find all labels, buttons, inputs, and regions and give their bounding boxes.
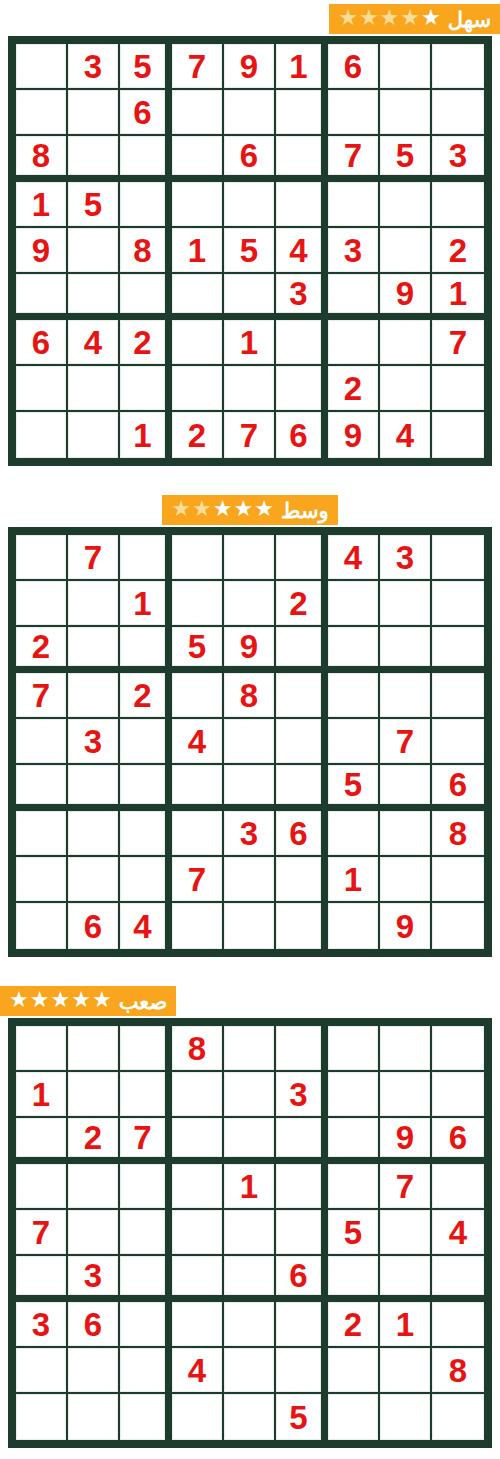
sudoku-cell-r9c4[interactable]: [172, 903, 224, 949]
puzzle-easy: ★★★★★ سهل 357916686753159815432391642172…: [0, 4, 500, 466]
star-icon: ★: [254, 498, 274, 520]
sudoku-cell-r7c1[interactable]: [16, 811, 68, 857]
sudoku-cell-r9c3[interactable]: 1: [120, 412, 172, 458]
sudoku-cell-r2c5[interactable]: [224, 90, 276, 136]
difficulty-stars-easy: ★★★★★: [338, 9, 441, 29]
sudoku-cell-r9c1[interactable]: [16, 1394, 68, 1440]
sudoku-cell-r4c5[interactable]: [224, 182, 276, 228]
sudoku-cell-r3c4[interactable]: 5: [172, 627, 224, 673]
sudoku-cell-r6c4[interactable]: [172, 274, 224, 320]
star-icon: ★: [338, 7, 358, 29]
sudoku-cell-r2c8[interactable]: [380, 90, 432, 136]
sudoku-cell-r3c2[interactable]: [68, 136, 120, 182]
difficulty-label-hard: صعب: [119, 991, 168, 1012]
sudoku-cell-r6c3[interactable]: [120, 765, 172, 811]
sudoku-cell-r1c7[interactable]: [328, 1026, 380, 1072]
sudoku-cell-r6c2[interactable]: [68, 274, 120, 320]
sudoku-cell-r1c4[interactable]: 7: [172, 44, 224, 90]
sudoku-cell-r7c1[interactable]: 6: [16, 320, 68, 366]
sudoku-cell-r3c1[interactable]: 8: [16, 136, 68, 182]
sudoku-cell-r8c2[interactable]: [68, 1348, 120, 1394]
sudoku-cell-r6c6[interactable]: [276, 765, 328, 811]
sudoku-cell-r2c3[interactable]: 6: [120, 90, 172, 136]
sudoku-cell-r7c7[interactable]: 2: [328, 1302, 380, 1348]
sudoku-cell-r3c8[interactable]: [380, 627, 432, 673]
sudoku-cell-r4c3[interactable]: [120, 1164, 172, 1210]
star-icon: ★: [50, 989, 70, 1011]
sudoku-cell-r6c4[interactable]: [172, 765, 224, 811]
sudoku-cell-r1c6[interactable]: 1: [276, 44, 328, 90]
difficulty-label-easy: سهل: [448, 9, 491, 30]
sudoku-cell-r8c1[interactable]: [16, 857, 68, 903]
sudoku-cell-r1c3[interactable]: 5: [120, 44, 172, 90]
sudoku-cell-r9c5[interactable]: [224, 903, 276, 949]
sudoku-cell-r6c3[interactable]: [120, 274, 172, 320]
sudoku-cell-r4c7[interactable]: [328, 673, 380, 719]
sudoku-cell-r7c3[interactable]: 2: [120, 320, 172, 366]
sudoku-cell-r6c9[interactable]: 1: [432, 274, 484, 320]
sudoku-cell-r1c3[interactable]: [120, 535, 172, 581]
sudoku-cell-r7c5[interactable]: 3: [224, 811, 276, 857]
sudoku-cell-r2c5[interactable]: [224, 581, 276, 627]
sudoku-cell-r5c5[interactable]: 5: [224, 228, 276, 274]
sudoku-cell-r9c3[interactable]: [120, 1394, 172, 1440]
sudoku-cell-r3c6[interactable]: [276, 1118, 328, 1164]
difficulty-label-medium: وسط: [281, 500, 329, 521]
sudoku-cell-r5c3[interactable]: [120, 1210, 172, 1256]
star-icon: ★: [400, 7, 420, 29]
sudoku-cell-r8c6[interactable]: [276, 1348, 328, 1394]
sudoku-cell-r4c4[interactable]: [172, 182, 224, 228]
difficulty-stars-hard: ★★★★★: [9, 991, 112, 1011]
sudoku-cell-r4c3[interactable]: 2: [120, 673, 172, 719]
sudoku-cell-r7c6[interactable]: 6: [276, 811, 328, 857]
sudoku-cell-r1c8[interactable]: [380, 1026, 432, 1072]
sudoku-cell-r6c1[interactable]: [16, 765, 68, 811]
sudoku-cell-r7c2[interactable]: 6: [68, 1302, 120, 1348]
sudoku-cell-r2c9[interactable]: [432, 90, 484, 136]
sudoku-cell-r2c7[interactable]: [328, 581, 380, 627]
sudoku-cell-r1c5[interactable]: [224, 1026, 276, 1072]
sudoku-cell-r1c1[interactable]: [16, 1026, 68, 1072]
sudoku-cell-r7c4[interactable]: [172, 320, 224, 366]
sudoku-cell-r3c5[interactable]: [224, 1118, 276, 1164]
sudoku-cell-r8c7[interactable]: [328, 1348, 380, 1394]
sudoku-cell-r9c9[interactable]: [432, 412, 484, 458]
sudoku-cell-r4c2[interactable]: [68, 1164, 120, 1210]
sudoku-board-hard: 813279617754363621485: [8, 1018, 492, 1448]
sudoku-cell-r3c8[interactable]: 9: [380, 1118, 432, 1164]
sudoku-cell-r6c2[interactable]: [68, 765, 120, 811]
sudoku-cell-r2c6[interactable]: [276, 90, 328, 136]
sudoku-cell-r2c6[interactable]: 2: [276, 581, 328, 627]
sudoku-cell-r4c3[interactable]: [120, 182, 172, 228]
sudoku-cell-r9c5[interactable]: 7: [224, 412, 276, 458]
sudoku-cell-r8c8[interactable]: [380, 857, 432, 903]
sudoku-cell-r3c2[interactable]: 2: [68, 1118, 120, 1164]
sudoku-cell-r2c9[interactable]: [432, 581, 484, 627]
sudoku-cell-r5c3[interactable]: [120, 719, 172, 765]
sudoku-cell-r4c7[interactable]: [328, 1164, 380, 1210]
puzzle-hard: ★★★★★ صعب 813279617754363621485: [0, 986, 500, 1448]
sudoku-cell-r1c1[interactable]: [16, 44, 68, 90]
sudoku-cell-r1c2[interactable]: 7: [68, 535, 120, 581]
sudoku-cell-r7c5[interactable]: [224, 1302, 276, 1348]
sudoku-cell-r5c4[interactable]: 1: [172, 228, 224, 274]
sudoku-cell-r2c4[interactable]: [172, 1072, 224, 1118]
sudoku-cell-r9c1[interactable]: [16, 903, 68, 949]
sudoku-cell-r4c7[interactable]: [328, 182, 380, 228]
sudoku-cell-r4c8[interactable]: [380, 182, 432, 228]
banner-row-hard: ★★★★★ صعب: [0, 986, 500, 1018]
sudoku-cell-r6c6[interactable]: 3: [276, 274, 328, 320]
sudoku-cell-r2c1[interactable]: [16, 90, 68, 136]
sudoku-cell-r2c1[interactable]: [16, 581, 68, 627]
sudoku-cell-r9c6[interactable]: [276, 903, 328, 949]
sudoku-cell-r5c8[interactable]: [380, 1210, 432, 1256]
sudoku-cell-r7c9[interactable]: [432, 1302, 484, 1348]
sudoku-cell-r4c6[interactable]: [276, 1164, 328, 1210]
star-icon: ★: [359, 7, 379, 29]
sudoku-cell-r8c3[interactable]: [120, 366, 172, 412]
sudoku-cell-r1c6[interactable]: [276, 535, 328, 581]
sudoku-cell-r8c5[interactable]: [224, 857, 276, 903]
sudoku-cell-r6c9[interactable]: [432, 1256, 484, 1302]
sudoku-cell-r4c8[interactable]: 7: [380, 1164, 432, 1210]
sudoku-cell-r8c9[interactable]: [432, 857, 484, 903]
sudoku-cell-r1c2[interactable]: 3: [68, 44, 120, 90]
sudoku-cell-r3c3[interactable]: 7: [120, 1118, 172, 1164]
sudoku-cell-r2c9[interactable]: [432, 1072, 484, 1118]
sudoku-cell-r2c8[interactable]: [380, 1072, 432, 1118]
sudoku-cell-r5c3[interactable]: 8: [120, 228, 172, 274]
sudoku-cell-r4c4[interactable]: [172, 673, 224, 719]
sudoku-cell-r7c8[interactable]: [380, 811, 432, 857]
sudoku-cell-r5c4[interactable]: [172, 1210, 224, 1256]
sudoku-cell-r5c1[interactable]: 9: [16, 228, 68, 274]
sudoku-cell-r2c3[interactable]: 1: [120, 581, 172, 627]
sudoku-cell-r8c6[interactable]: [276, 857, 328, 903]
sudoku-cell-r3c4[interactable]: [172, 136, 224, 182]
sudoku-cell-r3c2[interactable]: [68, 627, 120, 673]
sudoku-cell-r1c9[interactable]: [432, 535, 484, 581]
sudoku-cell-r9c4[interactable]: 2: [172, 412, 224, 458]
sudoku-cell-r4c9[interactable]: [432, 182, 484, 228]
sudoku-cell-r9c6[interactable]: 5: [276, 1394, 328, 1440]
sudoku-cell-r4c5[interactable]: 8: [224, 673, 276, 719]
sudoku-cell-r9c2[interactable]: [68, 1394, 120, 1440]
star-icon: ★: [234, 498, 254, 520]
sudoku-cell-r7c2[interactable]: 4: [68, 320, 120, 366]
sudoku-cell-r9c9[interactable]: [432, 903, 484, 949]
sudoku-cell-r7c9[interactable]: 7: [432, 320, 484, 366]
banner-row-easy: ★★★★★ سهل: [0, 4, 500, 36]
difficulty-banner-medium: ★★★★★ وسط: [162, 495, 337, 525]
sudoku-cell-r6c6[interactable]: 6: [276, 1256, 328, 1302]
sudoku-cell-r3c6[interactable]: [276, 136, 328, 182]
sudoku-cell-r8c4[interactable]: [172, 366, 224, 412]
sudoku-cell-r7c3[interactable]: [120, 811, 172, 857]
sudoku-cell-r9c5[interactable]: [224, 1394, 276, 1440]
sudoku-cell-r8c7[interactable]: 2: [328, 366, 380, 412]
sudoku-cell-r6c4[interactable]: [172, 1256, 224, 1302]
star-icon: ★: [71, 989, 91, 1011]
sudoku-cell-r4c6[interactable]: [276, 182, 328, 228]
sudoku-cell-r6c1[interactable]: [16, 1256, 68, 1302]
sudoku-cell-r5c1[interactable]: 7: [16, 1210, 68, 1256]
difficulty-banner-hard: ★★★★★ صعب: [0, 986, 176, 1016]
sudoku-cell-r3c9[interactable]: 3: [432, 136, 484, 182]
sudoku-cell-r7c3[interactable]: [120, 1302, 172, 1348]
sudoku-cell-r7c4[interactable]: [172, 1302, 224, 1348]
sudoku-cell-r2c8[interactable]: [380, 581, 432, 627]
sudoku-cell-r2c4[interactable]: [172, 581, 224, 627]
sudoku-cell-r3c8[interactable]: 5: [380, 136, 432, 182]
sudoku-cell-r6c7[interactable]: 5: [328, 765, 380, 811]
sudoku-cell-r4c5[interactable]: 1: [224, 1164, 276, 1210]
sudoku-cell-r8c6[interactable]: [276, 366, 328, 412]
sudoku-cell-r5c7[interactable]: [328, 719, 380, 765]
sudoku-cell-r2c4[interactable]: [172, 90, 224, 136]
sudoku-cell-r3c3[interactable]: [120, 627, 172, 673]
sudoku-cell-r1c5[interactable]: [224, 535, 276, 581]
sudoku-cell-r6c8[interactable]: [380, 765, 432, 811]
sudoku-cell-r5c7[interactable]: 5: [328, 1210, 380, 1256]
sudoku-cell-r7c1[interactable]: 3: [16, 1302, 68, 1348]
sudoku-cell-r3c5[interactable]: 9: [224, 627, 276, 673]
sudoku-cell-r7c7[interactable]: [328, 811, 380, 857]
sudoku-cell-r5c9[interactable]: 2: [432, 228, 484, 274]
sudoku-cell-r5c1[interactable]: [16, 719, 68, 765]
sudoku-cell-r5c6[interactable]: 4: [276, 228, 328, 274]
sudoku-cell-r9c8[interactable]: [380, 1394, 432, 1440]
sudoku-cell-r9c4[interactable]: [172, 1394, 224, 1440]
sudoku-cell-r3c4[interactable]: [172, 1118, 224, 1164]
sudoku-cell-r6c8[interactable]: [380, 1256, 432, 1302]
sudoku-cell-r4c2[interactable]: [68, 673, 120, 719]
puzzle-medium: ★★★★★ وسط 743122597283475636871649: [0, 495, 500, 957]
sudoku-cell-r3c3[interactable]: [120, 136, 172, 182]
sudoku-cell-r1c7[interactable]: 6: [328, 44, 380, 90]
sudoku-cell-r2c2[interactable]: [68, 90, 120, 136]
sudoku-cell-r8c1[interactable]: [16, 1348, 68, 1394]
sudoku-cell-r7c8[interactable]: [380, 320, 432, 366]
sudoku-cell-r7c7[interactable]: [328, 320, 380, 366]
sudoku-cell-r4c4[interactable]: [172, 1164, 224, 1210]
sudoku-cell-r3c1[interactable]: 2: [16, 627, 68, 673]
sudoku-cell-r4c9[interactable]: [432, 1164, 484, 1210]
sudoku-cell-r2c5[interactable]: [224, 1072, 276, 1118]
sudoku-cell-r3c6[interactable]: [276, 627, 328, 673]
sudoku-cell-r9c7[interactable]: [328, 903, 380, 949]
sudoku-cell-r9c9[interactable]: [432, 1394, 484, 1440]
sudoku-cell-r4c6[interactable]: [276, 673, 328, 719]
sudoku-cell-r1c6[interactable]: [276, 1026, 328, 1072]
sudoku-cell-r9c2[interactable]: 6: [68, 903, 120, 949]
sudoku-cell-r8c8[interactable]: [380, 366, 432, 412]
sudoku-cell-r4c2[interactable]: 5: [68, 182, 120, 228]
sudoku-cell-r9c8[interactable]: 9: [380, 903, 432, 949]
sudoku-cell-r3c9[interactable]: 6: [432, 1118, 484, 1164]
sudoku-cell-r9c3[interactable]: 4: [120, 903, 172, 949]
sudoku-cell-r1c9[interactable]: [432, 44, 484, 90]
sudoku-cell-r5c2[interactable]: [68, 228, 120, 274]
sudoku-cell-r4c1[interactable]: [16, 1164, 68, 1210]
sudoku-cell-r7c6[interactable]: [276, 320, 328, 366]
sudoku-cell-r1c1[interactable]: [16, 535, 68, 581]
sudoku-cell-r1c8[interactable]: [380, 44, 432, 90]
sudoku-cell-r3c1[interactable]: [16, 1118, 68, 1164]
sudoku-cell-r1c3[interactable]: [120, 1026, 172, 1072]
sudoku-cell-r8c3[interactable]: [120, 857, 172, 903]
sudoku-cell-r9c2[interactable]: [68, 412, 120, 458]
sudoku-cell-r2c7[interactable]: [328, 1072, 380, 1118]
sudoku-cell-r5c5[interactable]: [224, 1210, 276, 1256]
sudoku-cell-r8c4[interactable]: 4: [172, 1348, 224, 1394]
sudoku-cell-r7c4[interactable]: [172, 811, 224, 857]
sudoku-cell-r2c6[interactable]: 3: [276, 1072, 328, 1118]
sudoku-cell-r3c7[interactable]: [328, 627, 380, 673]
sudoku-cell-r7c2[interactable]: [68, 811, 120, 857]
sudoku-cell-r7c8[interactable]: 1: [380, 1302, 432, 1348]
sudoku-cell-r6c5[interactable]: [224, 765, 276, 811]
sudoku-cell-r8c5[interactable]: [224, 1348, 276, 1394]
sudoku-cell-r3c7[interactable]: [328, 1118, 380, 1164]
sudoku-cell-r1c5[interactable]: 9: [224, 44, 276, 90]
sudoku-cell-r6c5[interactable]: [224, 1256, 276, 1302]
sudoku-cell-r3c5[interactable]: 6: [224, 136, 276, 182]
difficulty-banner-easy: ★★★★★ سهل: [329, 4, 500, 34]
sudoku-cell-r9c6[interactable]: 6: [276, 412, 328, 458]
sudoku-cell-r9c7[interactable]: [328, 1394, 380, 1440]
star-icon: ★: [192, 498, 212, 520]
sudoku-cell-r8c3[interactable]: [120, 1348, 172, 1394]
sudoku-cell-r2c1[interactable]: 1: [16, 1072, 68, 1118]
sudoku-cell-r4c8[interactable]: [380, 673, 432, 719]
sudoku-cell-r5c7[interactable]: 3: [328, 228, 380, 274]
sudoku-cell-r1c7[interactable]: 4: [328, 535, 380, 581]
sudoku-cell-r2c3[interactable]: [120, 1072, 172, 1118]
star-icon: ★: [213, 498, 233, 520]
sudoku-cell-r5c5[interactable]: [224, 719, 276, 765]
banner-row-medium: ★★★★★ وسط: [0, 495, 500, 527]
sudoku-cell-r6c5[interactable]: [224, 274, 276, 320]
sudoku-cell-r1c9[interactable]: [432, 1026, 484, 1072]
sudoku-cell-r8c9[interactable]: 8: [432, 1348, 484, 1394]
sudoku-cell-r4c9[interactable]: [432, 673, 484, 719]
star-icon: ★: [380, 7, 400, 29]
sudoku-board-medium: 743122597283475636871649: [8, 527, 492, 957]
sudoku-cell-r8c2[interactable]: [68, 366, 120, 412]
sudoku-cell-r2c2[interactable]: [68, 1072, 120, 1118]
sudoku-cell-r1c4[interactable]: 8: [172, 1026, 224, 1072]
star-icon: ★: [421, 7, 441, 29]
star-icon: ★: [171, 498, 191, 520]
sudoku-cell-r6c9[interactable]: 6: [432, 765, 484, 811]
sudoku-cell-r5c9[interactable]: 4: [432, 1210, 484, 1256]
sudoku-cell-r8c9[interactable]: [432, 366, 484, 412]
sudoku-cell-r6c8[interactable]: 9: [380, 274, 432, 320]
sudoku-cell-r4c1[interactable]: 1: [16, 182, 68, 228]
sudoku-cell-r5c6[interactable]: [276, 1210, 328, 1256]
sudoku-cell-r8c5[interactable]: [224, 366, 276, 412]
sudoku-cell-r6c2[interactable]: 3: [68, 1256, 120, 1302]
sudoku-cell-r9c8[interactable]: 4: [380, 412, 432, 458]
sudoku-cell-r5c8[interactable]: 7: [380, 719, 432, 765]
sudoku-cell-r8c2[interactable]: [68, 857, 120, 903]
sudoku-cell-r6c7[interactable]: [328, 1256, 380, 1302]
star-icon: ★: [92, 989, 112, 1011]
sudoku-cell-r9c7[interactable]: 9: [328, 412, 380, 458]
star-icon: ★: [9, 989, 29, 1011]
sudoku-cell-r6c3[interactable]: [120, 1256, 172, 1302]
sudoku-cell-r7c9[interactable]: 8: [432, 811, 484, 857]
sudoku-cell-r4c1[interactable]: 7: [16, 673, 68, 719]
sudoku-cell-r5c2[interactable]: 3: [68, 719, 120, 765]
sudoku-cell-r5c4[interactable]: 4: [172, 719, 224, 765]
difficulty-stars-medium: ★★★★★: [171, 500, 274, 520]
star-icon: ★: [30, 989, 50, 1011]
sudoku-cell-r1c8[interactable]: 3: [380, 535, 432, 581]
sudoku-cell-r8c1[interactable]: [16, 366, 68, 412]
sudoku-cell-r3c9[interactable]: [432, 627, 484, 673]
sudoku-cell-r2c2[interactable]: [68, 581, 120, 627]
sudoku-cell-r5c2[interactable]: [68, 1210, 120, 1256]
sudoku-cell-r8c7[interactable]: 1: [328, 857, 380, 903]
sudoku-cell-r5c9[interactable]: [432, 719, 484, 765]
sudoku-cell-r7c5[interactable]: 1: [224, 320, 276, 366]
sudoku-cell-r6c1[interactable]: [16, 274, 68, 320]
sudoku-cell-r8c8[interactable]: [380, 1348, 432, 1394]
sudoku-cell-r3c7[interactable]: 7: [328, 136, 380, 182]
sudoku-cell-r5c8[interactable]: [380, 228, 432, 274]
sudoku-cell-r6c7[interactable]: [328, 274, 380, 320]
sudoku-cell-r8c4[interactable]: 7: [172, 857, 224, 903]
sudoku-cell-r1c4[interactable]: [172, 535, 224, 581]
sudoku-cell-r1c2[interactable]: [68, 1026, 120, 1072]
sudoku-cell-r7c6[interactable]: [276, 1302, 328, 1348]
sudoku-board-easy: 357916686753159815432391642172127694: [8, 36, 492, 466]
sudoku-cell-r9c1[interactable]: [16, 412, 68, 458]
sudoku-cell-r5c6[interactable]: [276, 719, 328, 765]
sudoku-cell-r2c7[interactable]: [328, 90, 380, 136]
